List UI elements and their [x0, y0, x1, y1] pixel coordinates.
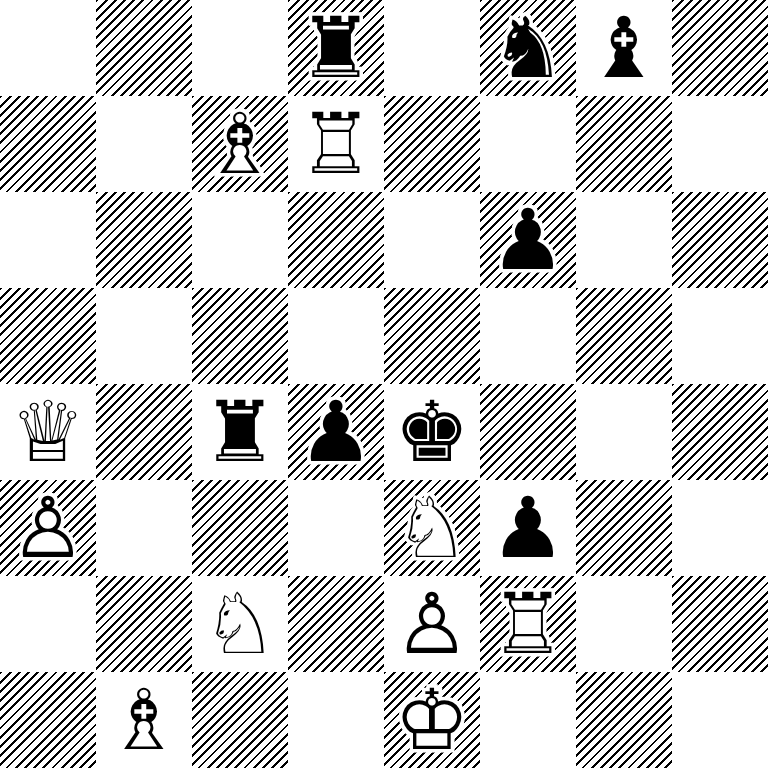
black-rook-d8: ♜	[288, 0, 384, 96]
white-bishop-halo: ♝	[192, 96, 288, 192]
white-pawn-e2: ♙	[384, 576, 480, 672]
square-e5[interactable]	[384, 288, 480, 384]
square-a7[interactable]	[0, 96, 96, 192]
square-e7[interactable]	[384, 96, 480, 192]
square-d5[interactable]	[288, 288, 384, 384]
white-bishop-b1: ♗	[96, 672, 192, 768]
white-king-halo: ♚	[384, 672, 480, 768]
square-d2[interactable]	[288, 576, 384, 672]
square-b7[interactable]	[96, 96, 192, 192]
white-bishop-c7: ♗	[192, 96, 288, 192]
square-c4[interactable]: ♜♜	[192, 384, 288, 480]
black-knight-halo: ♞	[480, 0, 576, 96]
black-pawn-halo: ♟	[480, 480, 576, 576]
square-h7[interactable]	[672, 96, 768, 192]
white-rook-d7: ♖	[288, 96, 384, 192]
square-b8[interactable]	[96, 0, 192, 96]
square-d4[interactable]: ♟♟	[288, 384, 384, 480]
square-a2[interactable]	[0, 576, 96, 672]
black-pawn-f6: ♟	[480, 192, 576, 288]
white-pawn-halo: ♟	[0, 480, 96, 576]
square-h3[interactable]	[672, 480, 768, 576]
square-a5[interactable]	[0, 288, 96, 384]
square-a6[interactable]	[0, 192, 96, 288]
black-pawn-d4: ♟	[288, 384, 384, 480]
square-a4[interactable]: ♛♕	[0, 384, 96, 480]
square-e6[interactable]	[384, 192, 480, 288]
square-f6[interactable]: ♟♟	[480, 192, 576, 288]
black-bishop-halo: ♝	[576, 0, 672, 96]
square-a8[interactable]	[0, 0, 96, 96]
white-king-e1: ♔	[384, 672, 480, 768]
square-e8[interactable]	[384, 0, 480, 96]
black-pawn-halo: ♟	[480, 192, 576, 288]
square-h1[interactable]	[672, 672, 768, 768]
square-e2[interactable]: ♟♙	[384, 576, 480, 672]
square-d6[interactable]	[288, 192, 384, 288]
square-d7[interactable]: ♜♖	[288, 96, 384, 192]
square-b3[interactable]	[96, 480, 192, 576]
square-d1[interactable]	[288, 672, 384, 768]
square-g5[interactable]	[576, 288, 672, 384]
black-king-halo: ♚	[384, 384, 480, 480]
square-g6[interactable]	[576, 192, 672, 288]
square-f2[interactable]: ♜♖	[480, 576, 576, 672]
square-h6[interactable]	[672, 192, 768, 288]
square-b4[interactable]	[96, 384, 192, 480]
black-bishop-g8: ♝	[576, 0, 672, 96]
white-knight-halo: ♞	[192, 576, 288, 672]
square-b1[interactable]: ♝♗	[96, 672, 192, 768]
square-h4[interactable]	[672, 384, 768, 480]
square-f5[interactable]	[480, 288, 576, 384]
black-rook-halo: ♜	[288, 0, 384, 96]
square-g3[interactable]	[576, 480, 672, 576]
square-d8[interactable]: ♜♜	[288, 0, 384, 96]
white-pawn-halo: ♟	[384, 576, 480, 672]
white-bishop-halo: ♝	[96, 672, 192, 768]
chess-diagram: ♜♜♞♞♝♝♝♗♜♖♟♟♛♕♜♜♟♟♚♚♟♙♞♘♟♟♞♘♟♙♜♖♝♗♚♔	[0, 0, 768, 768]
black-pawn-halo: ♟	[288, 384, 384, 480]
square-c5[interactable]	[192, 288, 288, 384]
black-knight-f8: ♞	[480, 0, 576, 96]
white-queen-a4: ♕	[0, 384, 96, 480]
square-h5[interactable]	[672, 288, 768, 384]
black-rook-halo: ♜	[192, 384, 288, 480]
square-b6[interactable]	[96, 192, 192, 288]
square-h2[interactable]	[672, 576, 768, 672]
square-f1[interactable]	[480, 672, 576, 768]
square-c1[interactable]	[192, 672, 288, 768]
white-queen-halo: ♛	[0, 384, 96, 480]
square-f4[interactable]	[480, 384, 576, 480]
square-g4[interactable]	[576, 384, 672, 480]
white-knight-halo: ♞	[384, 480, 480, 576]
white-knight-c2: ♘	[192, 576, 288, 672]
square-h8[interactable]	[672, 0, 768, 96]
square-c8[interactable]	[192, 0, 288, 96]
square-g1[interactable]	[576, 672, 672, 768]
square-e4[interactable]: ♚♚	[384, 384, 480, 480]
square-c2[interactable]: ♞♘	[192, 576, 288, 672]
black-rook-c4: ♜	[192, 384, 288, 480]
square-e1[interactable]: ♚♔	[384, 672, 480, 768]
square-f3[interactable]: ♟♟	[480, 480, 576, 576]
white-rook-f2: ♖	[480, 576, 576, 672]
black-king-e4: ♚	[384, 384, 480, 480]
square-g2[interactable]	[576, 576, 672, 672]
square-b2[interactable]	[96, 576, 192, 672]
square-f8[interactable]: ♞♞	[480, 0, 576, 96]
white-rook-halo: ♜	[288, 96, 384, 192]
square-a3[interactable]: ♟♙	[0, 480, 96, 576]
black-pawn-f3: ♟	[480, 480, 576, 576]
square-g7[interactable]	[576, 96, 672, 192]
square-a1[interactable]	[0, 672, 96, 768]
square-b5[interactable]	[96, 288, 192, 384]
square-c3[interactable]	[192, 480, 288, 576]
chess-board: ♜♜♞♞♝♝♝♗♜♖♟♟♛♕♜♜♟♟♚♚♟♙♞♘♟♟♞♘♟♙♜♖♝♗♚♔	[0, 0, 768, 768]
white-knight-e3: ♘	[384, 480, 480, 576]
square-f7[interactable]	[480, 96, 576, 192]
square-e3[interactable]: ♞♘	[384, 480, 480, 576]
white-pawn-a3: ♙	[0, 480, 96, 576]
square-d3[interactable]	[288, 480, 384, 576]
square-c6[interactable]	[192, 192, 288, 288]
white-rook-halo: ♜	[480, 576, 576, 672]
square-g8[interactable]: ♝♝	[576, 0, 672, 96]
square-c7[interactable]: ♝♗	[192, 96, 288, 192]
